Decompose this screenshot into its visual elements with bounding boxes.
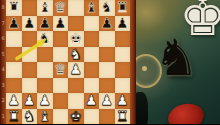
square-f1[interactable] (84, 109, 100, 125)
square-d5[interactable] (53, 47, 69, 63)
black-pawn: ♟ (54, 16, 67, 31)
decorative-photo: ♞ ♚ (136, 0, 220, 124)
board-area: ♜♝♛♝♞♜♟♟♟♟♟♟♞♚♞♛♟♟♟♟♟♟♟♜♞♝♚♜ (6, 0, 130, 124)
square-e6[interactable]: ♚ (68, 31, 84, 47)
square-e1[interactable]: ♚ (68, 109, 84, 125)
square-h4[interactable] (115, 62, 131, 78)
chess-board: ♜♝♛♝♞♜♟♟♟♟♟♟♞♚♞♛♟♟♟♟♟♟♟♜♞♝♚♜ (6, 0, 130, 124)
square-a7[interactable]: ♟ (6, 16, 22, 32)
square-h5[interactable] (115, 47, 131, 63)
square-h3[interactable] (115, 78, 131, 94)
square-c4[interactable] (37, 62, 53, 78)
square-g8[interactable]: ♞ (99, 0, 115, 16)
white-knight: ♞ (23, 109, 36, 124)
square-c5[interactable] (37, 47, 53, 63)
square-d4[interactable]: ♛ (53, 62, 69, 78)
square-a3[interactable] (6, 78, 22, 94)
square-e7[interactable] (68, 16, 84, 32)
compass-center-icon (142, 66, 147, 71)
white-pawn: ♟ (23, 93, 36, 108)
square-g7[interactable]: ♟ (99, 16, 115, 32)
black-pawn: ♟ (7, 16, 20, 31)
square-e5[interactable]: ♞ (68, 47, 84, 63)
square-c1[interactable]: ♝ (37, 109, 53, 125)
square-d8[interactable]: ♛ (53, 0, 69, 16)
square-f5[interactable] (84, 47, 100, 63)
white-pawn: ♟ (38, 93, 51, 108)
black-pawn: ♟ (38, 16, 51, 31)
white-king-figure-icon: ♚ (179, 0, 220, 46)
white-rook: ♜ (7, 109, 20, 124)
square-g2[interactable]: ♟ (99, 93, 115, 109)
square-b5[interactable] (22, 47, 38, 63)
white-pawn: ♟ (7, 93, 20, 108)
square-c3[interactable] (37, 78, 53, 94)
dark-piece-silhouette-icon (136, 92, 148, 124)
square-a5[interactable] (6, 47, 22, 63)
square-h6[interactable] (115, 31, 131, 47)
white-rook: ♜ (116, 109, 129, 124)
square-b3[interactable] (22, 78, 38, 94)
square-c2[interactable]: ♟ (37, 93, 53, 109)
black-rook: ♜ (7, 0, 20, 15)
square-c7[interactable]: ♟ (37, 16, 53, 32)
white-pawn: ♟ (69, 62, 82, 77)
square-h2[interactable]: ♟ (115, 93, 131, 109)
square-a1[interactable]: ♜ (6, 109, 22, 125)
square-g1[interactable] (99, 109, 115, 125)
square-b1[interactable]: ♞ (22, 109, 38, 125)
square-a4[interactable] (6, 62, 22, 78)
black-bishop: ♝ (85, 0, 98, 15)
square-d7[interactable]: ♟ (53, 16, 69, 32)
black-bishop: ♝ (38, 0, 51, 15)
square-b4[interactable] (22, 62, 38, 78)
red-wax-seal-icon (166, 101, 207, 124)
square-g5[interactable] (99, 47, 115, 63)
square-b7[interactable]: ♟ (22, 16, 38, 32)
black-pawn: ♟ (100, 16, 113, 31)
square-f4[interactable] (84, 62, 100, 78)
square-d1[interactable] (53, 109, 69, 125)
square-f6[interactable] (84, 31, 100, 47)
square-a2[interactable]: ♟ (6, 93, 22, 109)
square-f8[interactable]: ♝ (84, 0, 100, 16)
square-h8[interactable]: ♜ (115, 0, 131, 16)
square-g4[interactable] (99, 62, 115, 78)
square-h7[interactable]: ♟ (115, 16, 131, 32)
square-b8[interactable] (22, 0, 38, 16)
square-d6[interactable] (53, 31, 69, 47)
square-g3[interactable] (99, 78, 115, 94)
black-queen: ♛ (54, 62, 67, 77)
square-e4[interactable]: ♟ (68, 62, 84, 78)
black-queen: ♛ (54, 0, 67, 15)
square-a6[interactable] (6, 31, 22, 47)
square-g6[interactable] (99, 31, 115, 47)
square-b2[interactable]: ♟ (22, 93, 38, 109)
white-knight: ♞ (69, 47, 82, 62)
square-d3[interactable] (53, 78, 69, 94)
square-c6[interactable]: ♞ (37, 31, 53, 47)
square-b6[interactable] (22, 31, 38, 47)
square-f2[interactable]: ♟ (84, 93, 100, 109)
black-knight: ♞ (38, 31, 51, 46)
black-rook: ♜ (116, 0, 129, 15)
square-h1[interactable]: ♜ (115, 109, 131, 125)
square-d2[interactable] (53, 93, 69, 109)
black-pawn: ♟ (23, 16, 36, 31)
square-e3[interactable] (68, 78, 84, 94)
white-pawn: ♟ (100, 93, 113, 108)
white-king: ♚ (69, 109, 82, 124)
square-e8[interactable] (68, 0, 84, 16)
square-f7[interactable] (84, 16, 100, 32)
white-pawn: ♟ (116, 93, 129, 108)
thumbnail: 87654321 ♜♝♛♝♞♜♟♟♟♟♟♟♞♚♞♛♟♟♟♟♟♟♟♜♞♝♚♜ ♞ … (0, 0, 220, 124)
black-king: ♚ (69, 31, 82, 46)
black-pawn: ♟ (116, 16, 129, 31)
white-bishop: ♝ (38, 109, 51, 124)
square-a8[interactable]: ♜ (6, 0, 22, 16)
square-e2[interactable] (68, 93, 84, 109)
square-c8[interactable]: ♝ (37, 0, 53, 16)
black-knight: ♞ (100, 0, 113, 15)
square-f3[interactable] (84, 78, 100, 94)
white-pawn: ♟ (85, 93, 98, 108)
